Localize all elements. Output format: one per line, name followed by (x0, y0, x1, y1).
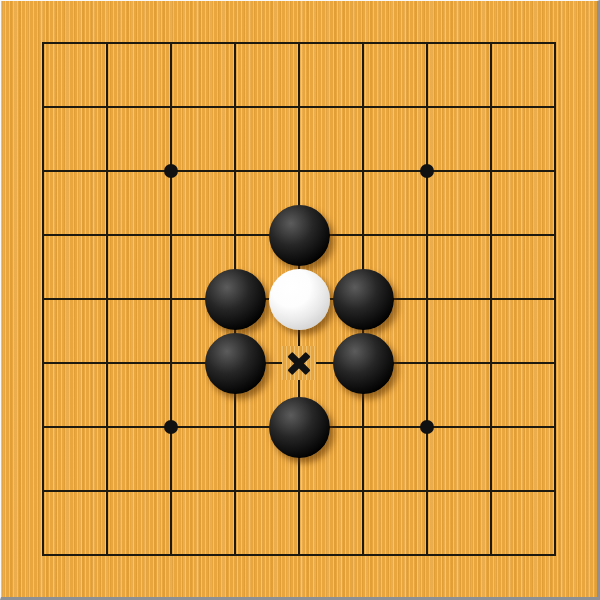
grid-line-horizontal (42, 362, 75, 364)
board-point-C8[interactable] (139, 75, 203, 139)
board-point-D7[interactable] (203, 139, 267, 203)
board-point-H7[interactable] (459, 139, 523, 203)
board-point-D4[interactable] (203, 331, 267, 395)
board-point-D5[interactable] (203, 267, 267, 331)
board-point-E6[interactable] (267, 203, 331, 267)
board-point-F1[interactable] (331, 523, 395, 587)
board-point-C5[interactable] (139, 267, 203, 331)
black-stone (333, 333, 394, 394)
grid-line-vertical (234, 395, 236, 459)
board-point-J1[interactable] (523, 523, 587, 587)
grid-line-vertical (426, 523, 428, 556)
star-point (420, 164, 434, 178)
grid-line-vertical (298, 139, 300, 203)
grid-line-horizontal (42, 234, 75, 236)
grid-line-vertical (170, 42, 172, 75)
grid-line-vertical (490, 331, 492, 395)
grid-line-vertical (362, 75, 364, 139)
board-point-E2[interactable] (267, 459, 331, 523)
grid-line-vertical (234, 42, 236, 75)
board-point-F9[interactable] (331, 11, 395, 75)
grid-line-vertical (490, 395, 492, 459)
board-point-C9[interactable] (139, 11, 203, 75)
grid-line-vertical (42, 523, 44, 556)
grid-line-vertical (554, 395, 556, 459)
grid-line-vertical (170, 75, 172, 139)
grid-line-vertical (42, 139, 44, 203)
grid-line-horizontal (523, 42, 556, 44)
grid-line-vertical (170, 523, 172, 556)
grid-line-vertical (170, 267, 172, 331)
grid-line-vertical (170, 459, 172, 523)
board-point-J5[interactable] (523, 267, 587, 331)
grid-line-horizontal (42, 170, 75, 172)
grid-line-vertical (426, 459, 428, 523)
star-point (164, 420, 178, 434)
board-point-H4[interactable] (459, 331, 523, 395)
grid-line-horizontal (523, 170, 556, 172)
board-point-G6[interactable] (395, 203, 459, 267)
board-point-E9[interactable] (267, 11, 331, 75)
grid-line-vertical (554, 331, 556, 395)
black-stone (269, 205, 330, 266)
board-point-J4[interactable] (523, 331, 587, 395)
board-point-C6[interactable] (139, 203, 203, 267)
board-point-D2[interactable] (203, 459, 267, 523)
board-point-A8[interactable] (11, 75, 75, 139)
board-point-J7[interactable] (523, 139, 587, 203)
black-stone (205, 269, 266, 330)
grid-line-vertical (426, 203, 428, 267)
grid-line-vertical (362, 203, 364, 267)
black-stone (333, 269, 394, 330)
grid-line-vertical (554, 42, 556, 75)
board-point-E3[interactable] (267, 395, 331, 459)
board-point-D3[interactable] (203, 395, 267, 459)
grid-line-vertical (298, 523, 300, 556)
board-point-C3[interactable] (139, 395, 203, 459)
grid-line-vertical (490, 459, 492, 523)
grid-line-vertical (42, 267, 44, 331)
board-point-B8[interactable] (75, 75, 139, 139)
grid-line-vertical (554, 75, 556, 139)
grid-line-vertical (362, 139, 364, 203)
grid-line-vertical (170, 203, 172, 267)
board-point-A5[interactable] (11, 267, 75, 331)
grid-line-vertical (298, 459, 300, 523)
board-point-D9[interactable] (203, 11, 267, 75)
grid-line-vertical (42, 203, 44, 267)
grid-line-horizontal (42, 298, 75, 300)
grid-line-horizontal (42, 426, 75, 428)
grid-line-vertical (234, 459, 236, 523)
star-point (420, 420, 434, 434)
board-point-B6[interactable] (75, 203, 139, 267)
grid-line-vertical (42, 395, 44, 459)
grid-line-vertical (426, 267, 428, 331)
grid-line-horizontal (42, 106, 75, 108)
board-point-A2[interactable] (11, 459, 75, 523)
board-point-F6[interactable] (331, 203, 395, 267)
grid-line-vertical (234, 139, 236, 203)
board-point-J3[interactable] (523, 395, 587, 459)
board-point-J8[interactable] (523, 75, 587, 139)
board-point-G2[interactable] (395, 459, 459, 523)
grid-line-horizontal (523, 106, 556, 108)
grid-line-vertical (234, 75, 236, 139)
star-point (164, 164, 178, 178)
board-point-F8[interactable] (331, 75, 395, 139)
grid-line-horizontal (523, 426, 556, 428)
board-point-J2[interactable] (523, 459, 587, 523)
board-point-E4[interactable] (267, 331, 331, 395)
grid-line-horizontal (42, 490, 75, 492)
board-point-C2[interactable] (139, 459, 203, 523)
grid-line-vertical (426, 75, 428, 139)
go-board (0, 0, 600, 600)
board-point-G9[interactable] (395, 11, 459, 75)
grid-line-vertical (106, 75, 108, 139)
grid-line-vertical (298, 42, 300, 75)
grid-line-vertical (42, 331, 44, 395)
board-point-E5[interactable] (267, 267, 331, 331)
grid-line-horizontal (42, 554, 75, 556)
grid-line-vertical (234, 523, 236, 556)
grid-line-vertical (234, 203, 236, 267)
grid-line-vertical (362, 42, 364, 75)
grid-line-vertical (106, 42, 108, 75)
grid-line-vertical (362, 523, 364, 556)
grid-line-vertical (554, 459, 556, 523)
board-point-H8[interactable] (459, 75, 523, 139)
board-point-B7[interactable] (75, 139, 139, 203)
grid-line-vertical (106, 523, 108, 556)
grid-line-vertical (362, 459, 364, 523)
board-point-A4[interactable] (11, 331, 75, 395)
board-point-C7[interactable] (139, 139, 203, 203)
board-point-D8[interactable] (203, 75, 267, 139)
grid-line-vertical (554, 139, 556, 203)
grid-line-vertical (42, 459, 44, 523)
grid-line-vertical (490, 523, 492, 556)
grid-line-vertical (490, 267, 492, 331)
grid-line-horizontal (523, 554, 556, 556)
board-point-H9[interactable] (459, 11, 523, 75)
grid-line-vertical (490, 139, 492, 203)
board-point-H3[interactable] (459, 395, 523, 459)
grid-line-vertical (426, 42, 428, 75)
board-point-A6[interactable] (11, 203, 75, 267)
board-point-H6[interactable] (459, 203, 523, 267)
board-point-H5[interactable] (459, 267, 523, 331)
grid-line-vertical (490, 42, 492, 75)
board-point-F2[interactable] (331, 459, 395, 523)
board-point-B3[interactable] (75, 395, 139, 459)
board-point-E7[interactable] (267, 139, 331, 203)
board-point-B5[interactable] (75, 267, 139, 331)
grid-line-horizontal (523, 298, 556, 300)
grid-line-vertical (426, 331, 428, 395)
grid-line-vertical (106, 267, 108, 331)
black-stone (205, 333, 266, 394)
board-point-F5[interactable] (331, 267, 395, 331)
grid-line-vertical (170, 331, 172, 395)
board-point-A3[interactable] (11, 395, 75, 459)
grid-line-vertical (42, 42, 44, 75)
board-point-J6[interactable] (523, 203, 587, 267)
board-point-G8[interactable] (395, 75, 459, 139)
board-point-C1[interactable] (139, 523, 203, 587)
board-point-A7[interactable] (11, 139, 75, 203)
board-point-C4[interactable] (139, 331, 203, 395)
board-point-B9[interactable] (75, 11, 139, 75)
board-point-H2[interactable] (459, 459, 523, 523)
grid-line-vertical (490, 203, 492, 267)
grid-line-horizontal (523, 234, 556, 236)
board-point-J9[interactable] (523, 11, 587, 75)
grid-line-horizontal (523, 362, 556, 364)
white-stone (269, 269, 330, 330)
grid-line-horizontal (42, 42, 75, 44)
board-point-F4[interactable] (331, 331, 395, 395)
board-point-G3[interactable] (395, 395, 459, 459)
grid-line-vertical (106, 331, 108, 395)
board-point-B1[interactable] (75, 523, 139, 587)
board-point-D1[interactable] (203, 523, 267, 587)
board-point-B4[interactable] (75, 331, 139, 395)
grid-line-vertical (490, 75, 492, 139)
board-point-F7[interactable] (331, 139, 395, 203)
grid-line-vertical (106, 459, 108, 523)
board-point-E1[interactable] (267, 523, 331, 587)
board-point-A1[interactable] (11, 523, 75, 587)
grid-line-vertical (554, 267, 556, 331)
grid-line-vertical (106, 203, 108, 267)
black-stone (269, 397, 330, 458)
grid-line-horizontal (523, 490, 556, 492)
board-point-F3[interactable] (331, 395, 395, 459)
grid-line-vertical (554, 203, 556, 267)
grid-line-vertical (362, 395, 364, 459)
board-point-G7[interactable] (395, 139, 459, 203)
grid-line-vertical (554, 523, 556, 556)
grid-line-vertical (42, 75, 44, 139)
grid-line-vertical (298, 75, 300, 139)
board-point-D6[interactable] (203, 203, 267, 267)
board-point-B2[interactable] (75, 459, 139, 523)
board-point-G1[interactable] (395, 523, 459, 587)
board-grid (11, 11, 587, 587)
grid-line-vertical (106, 395, 108, 459)
board-point-A9[interactable] (11, 11, 75, 75)
board-point-G5[interactable] (395, 267, 459, 331)
grid-line-vertical (106, 139, 108, 203)
board-point-G4[interactable] (395, 331, 459, 395)
board-point-E8[interactable] (267, 75, 331, 139)
board-point-H1[interactable] (459, 523, 523, 587)
